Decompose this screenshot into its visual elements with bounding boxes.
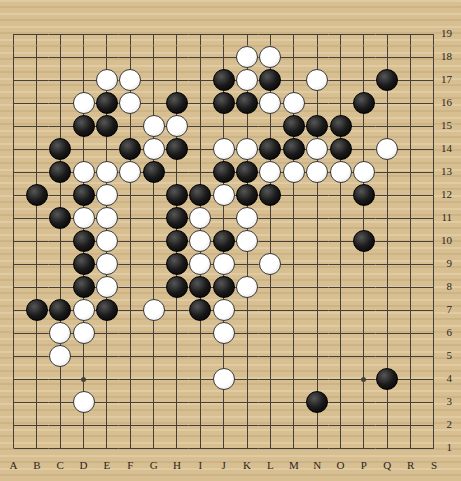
intersection-O4[interactable] [329, 368, 352, 391]
intersection-O1[interactable] [329, 437, 352, 460]
intersection-L18[interactable] [259, 46, 282, 69]
intersection-J12[interactable] [212, 184, 235, 207]
intersection-P12[interactable] [352, 184, 375, 207]
intersection-R19[interactable] [399, 23, 422, 46]
intersection-G11[interactable] [142, 207, 165, 230]
intersection-O18[interactable] [329, 46, 352, 69]
intersection-C18[interactable] [49, 46, 72, 69]
intersection-A18[interactable] [2, 46, 25, 69]
intersection-O6[interactable] [329, 322, 352, 345]
intersection-N14[interactable] [305, 138, 328, 161]
intersection-J10[interactable] [212, 230, 235, 253]
intersection-G6[interactable] [142, 322, 165, 345]
intersection-E12[interactable] [95, 184, 118, 207]
intersection-G13[interactable] [142, 161, 165, 184]
intersection-E11[interactable] [95, 207, 118, 230]
intersection-H2[interactable] [165, 414, 188, 437]
intersection-D4[interactable] [72, 368, 95, 391]
intersection-E8[interactable] [95, 276, 118, 299]
intersection-H10[interactable] [165, 230, 188, 253]
intersection-R18[interactable] [399, 46, 422, 69]
intersection-Q5[interactable] [376, 345, 399, 368]
intersection-I19[interactable] [189, 23, 212, 46]
intersection-N9[interactable] [305, 253, 328, 276]
intersection-O9[interactable] [329, 253, 352, 276]
intersection-P2[interactable] [352, 414, 375, 437]
intersection-Q13[interactable] [376, 161, 399, 184]
intersection-P13[interactable] [352, 161, 375, 184]
intersection-I18[interactable] [189, 46, 212, 69]
intersection-L17[interactable] [259, 69, 282, 92]
intersection-O16[interactable] [329, 92, 352, 115]
intersection-A10[interactable] [2, 230, 25, 253]
intersection-I12[interactable] [189, 184, 212, 207]
intersection-E9[interactable] [95, 253, 118, 276]
intersection-M19[interactable] [282, 23, 305, 46]
intersection-A16[interactable] [2, 92, 25, 115]
intersection-P6[interactable] [352, 322, 375, 345]
intersection-K11[interactable] [235, 207, 258, 230]
intersection-M10[interactable] [282, 230, 305, 253]
intersection-A17[interactable] [2, 69, 25, 92]
intersection-P19[interactable] [352, 23, 375, 46]
intersection-H9[interactable] [165, 253, 188, 276]
intersection-D6[interactable] [72, 322, 95, 345]
intersection-Q10[interactable] [376, 230, 399, 253]
intersection-I16[interactable] [189, 92, 212, 115]
intersection-O10[interactable] [329, 230, 352, 253]
intersection-M12[interactable] [282, 184, 305, 207]
intersection-I1[interactable] [189, 437, 212, 460]
intersection-K10[interactable] [235, 230, 258, 253]
intersection-B18[interactable] [25, 46, 48, 69]
intersection-A1[interactable] [2, 437, 25, 460]
intersection-Q15[interactable] [376, 115, 399, 138]
intersection-B19[interactable] [25, 23, 48, 46]
intersection-A5[interactable] [2, 345, 25, 368]
intersection-E6[interactable] [95, 322, 118, 345]
intersection-E14[interactable] [95, 138, 118, 161]
intersection-J13[interactable] [212, 161, 235, 184]
intersection-H14[interactable] [165, 138, 188, 161]
intersection-B14[interactable] [25, 138, 48, 161]
intersection-K18[interactable] [235, 46, 258, 69]
intersection-K15[interactable] [235, 115, 258, 138]
intersection-F6[interactable] [119, 322, 142, 345]
intersection-G16[interactable] [142, 92, 165, 115]
intersection-E7[interactable] [95, 299, 118, 322]
intersection-D15[interactable] [72, 115, 95, 138]
intersection-R8[interactable] [399, 276, 422, 299]
intersection-C2[interactable] [49, 414, 72, 437]
intersection-L1[interactable] [259, 437, 282, 460]
intersection-B4[interactable] [25, 368, 48, 391]
intersection-N11[interactable] [305, 207, 328, 230]
intersection-Q12[interactable] [376, 184, 399, 207]
intersection-G3[interactable] [142, 391, 165, 414]
intersection-H6[interactable] [165, 322, 188, 345]
intersection-B8[interactable] [25, 276, 48, 299]
intersection-G18[interactable] [142, 46, 165, 69]
intersection-A14[interactable] [2, 138, 25, 161]
intersection-R7[interactable] [399, 299, 422, 322]
intersection-Q6[interactable] [376, 322, 399, 345]
intersection-J19[interactable] [212, 23, 235, 46]
intersection-O8[interactable] [329, 276, 352, 299]
intersection-C16[interactable] [49, 92, 72, 115]
intersection-I5[interactable] [189, 345, 212, 368]
intersection-H4[interactable] [165, 368, 188, 391]
intersection-L12[interactable] [259, 184, 282, 207]
intersection-N17[interactable] [305, 69, 328, 92]
intersection-C14[interactable] [49, 138, 72, 161]
intersection-N1[interactable] [305, 437, 328, 460]
intersection-H1[interactable] [165, 437, 188, 460]
intersection-D18[interactable] [72, 46, 95, 69]
intersection-F4[interactable] [119, 368, 142, 391]
intersection-G9[interactable] [142, 253, 165, 276]
intersection-H11[interactable] [165, 207, 188, 230]
intersection-P9[interactable] [352, 253, 375, 276]
intersection-I4[interactable] [189, 368, 212, 391]
intersection-I11[interactable] [189, 207, 212, 230]
intersection-P7[interactable] [352, 299, 375, 322]
intersection-J6[interactable] [212, 322, 235, 345]
intersection-F19[interactable] [119, 23, 142, 46]
intersection-P8[interactable] [352, 276, 375, 299]
intersection-C5[interactable] [49, 345, 72, 368]
intersection-D2[interactable] [72, 414, 95, 437]
intersection-I7[interactable] [189, 299, 212, 322]
intersection-E18[interactable] [95, 46, 118, 69]
intersection-I2[interactable] [189, 414, 212, 437]
intersection-B3[interactable] [25, 391, 48, 414]
intersection-E4[interactable] [95, 368, 118, 391]
intersection-F7[interactable] [119, 299, 142, 322]
intersection-R6[interactable] [399, 322, 422, 345]
intersection-B7[interactable] [25, 299, 48, 322]
intersection-Q11[interactable] [376, 207, 399, 230]
intersection-P1[interactable] [352, 437, 375, 460]
intersection-J4[interactable] [212, 368, 235, 391]
intersection-C1[interactable] [49, 437, 72, 460]
intersection-A4[interactable] [2, 368, 25, 391]
intersection-Q2[interactable] [376, 414, 399, 437]
intersection-K8[interactable] [235, 276, 258, 299]
intersection-M5[interactable] [282, 345, 305, 368]
intersection-I14[interactable] [189, 138, 212, 161]
intersection-P4[interactable] [352, 368, 375, 391]
intersection-G12[interactable] [142, 184, 165, 207]
intersection-A11[interactable] [2, 207, 25, 230]
intersection-D19[interactable] [72, 23, 95, 46]
intersection-K12[interactable] [235, 184, 258, 207]
intersection-O19[interactable] [329, 23, 352, 46]
intersection-E17[interactable] [95, 69, 118, 92]
intersection-J18[interactable] [212, 46, 235, 69]
intersection-Q3[interactable] [376, 391, 399, 414]
intersection-M1[interactable] [282, 437, 305, 460]
intersection-G1[interactable] [142, 437, 165, 460]
intersection-D12[interactable] [72, 184, 95, 207]
intersection-C15[interactable] [49, 115, 72, 138]
intersection-L13[interactable] [259, 161, 282, 184]
intersection-C10[interactable] [49, 230, 72, 253]
intersection-I15[interactable] [189, 115, 212, 138]
intersection-K1[interactable] [235, 437, 258, 460]
intersection-O7[interactable] [329, 299, 352, 322]
intersection-I13[interactable] [189, 161, 212, 184]
intersection-B15[interactable] [25, 115, 48, 138]
intersection-L11[interactable] [259, 207, 282, 230]
intersection-P3[interactable] [352, 391, 375, 414]
intersection-M9[interactable] [282, 253, 305, 276]
intersection-M11[interactable] [282, 207, 305, 230]
intersection-C13[interactable] [49, 161, 72, 184]
intersection-B1[interactable] [25, 437, 48, 460]
intersection-C7[interactable] [49, 299, 72, 322]
intersection-G15[interactable] [142, 115, 165, 138]
intersection-M16[interactable] [282, 92, 305, 115]
intersection-K13[interactable] [235, 161, 258, 184]
intersection-M13[interactable] [282, 161, 305, 184]
intersection-B6[interactable] [25, 322, 48, 345]
intersection-N8[interactable] [305, 276, 328, 299]
intersection-N10[interactable] [305, 230, 328, 253]
intersection-G8[interactable] [142, 276, 165, 299]
intersection-R4[interactable] [399, 368, 422, 391]
intersection-L19[interactable] [259, 23, 282, 46]
intersection-L14[interactable] [259, 138, 282, 161]
intersection-J1[interactable] [212, 437, 235, 460]
intersection-L8[interactable] [259, 276, 282, 299]
intersection-D11[interactable] [72, 207, 95, 230]
intersection-N6[interactable] [305, 322, 328, 345]
intersection-N2[interactable] [305, 414, 328, 437]
intersection-B2[interactable] [25, 414, 48, 437]
intersection-D14[interactable] [72, 138, 95, 161]
intersection-K19[interactable] [235, 23, 258, 46]
intersection-J9[interactable] [212, 253, 235, 276]
intersection-A8[interactable] [2, 276, 25, 299]
intersection-N5[interactable] [305, 345, 328, 368]
intersection-Q16[interactable] [376, 92, 399, 115]
intersection-D13[interactable] [72, 161, 95, 184]
intersection-F5[interactable] [119, 345, 142, 368]
intersection-E15[interactable] [95, 115, 118, 138]
intersection-P10[interactable] [352, 230, 375, 253]
intersection-G14[interactable] [142, 138, 165, 161]
intersection-F2[interactable] [119, 414, 142, 437]
intersection-J16[interactable] [212, 92, 235, 115]
intersection-H13[interactable] [165, 161, 188, 184]
intersection-R15[interactable] [399, 115, 422, 138]
intersection-J17[interactable] [212, 69, 235, 92]
intersection-B13[interactable] [25, 161, 48, 184]
intersection-Q17[interactable] [376, 69, 399, 92]
intersection-M6[interactable] [282, 322, 305, 345]
intersection-R1[interactable] [399, 437, 422, 460]
intersection-K7[interactable] [235, 299, 258, 322]
intersection-G19[interactable] [142, 23, 165, 46]
intersection-D1[interactable] [72, 437, 95, 460]
intersection-J2[interactable] [212, 414, 235, 437]
intersection-N13[interactable] [305, 161, 328, 184]
intersection-D7[interactable] [72, 299, 95, 322]
intersection-L4[interactable] [259, 368, 282, 391]
intersection-L7[interactable] [259, 299, 282, 322]
intersection-I6[interactable] [189, 322, 212, 345]
intersection-B10[interactable] [25, 230, 48, 253]
intersection-A15[interactable] [2, 115, 25, 138]
intersection-E5[interactable] [95, 345, 118, 368]
intersection-J8[interactable] [212, 276, 235, 299]
intersection-R2[interactable] [399, 414, 422, 437]
intersection-E16[interactable] [95, 92, 118, 115]
intersection-H8[interactable] [165, 276, 188, 299]
intersection-F14[interactable] [119, 138, 142, 161]
intersection-C6[interactable] [49, 322, 72, 345]
intersection-R11[interactable] [399, 207, 422, 230]
intersection-R13[interactable] [399, 161, 422, 184]
intersection-J11[interactable] [212, 207, 235, 230]
intersection-N16[interactable] [305, 92, 328, 115]
intersection-Q9[interactable] [376, 253, 399, 276]
intersection-N19[interactable] [305, 23, 328, 46]
intersection-F8[interactable] [119, 276, 142, 299]
intersection-D8[interactable] [72, 276, 95, 299]
intersection-E2[interactable] [95, 414, 118, 437]
intersection-G2[interactable] [142, 414, 165, 437]
intersection-R10[interactable] [399, 230, 422, 253]
intersection-H18[interactable] [165, 46, 188, 69]
intersection-Q18[interactable] [376, 46, 399, 69]
intersection-C8[interactable] [49, 276, 72, 299]
intersection-C9[interactable] [49, 253, 72, 276]
intersection-D17[interactable] [72, 69, 95, 92]
intersection-K6[interactable] [235, 322, 258, 345]
intersection-D9[interactable] [72, 253, 95, 276]
intersection-L16[interactable] [259, 92, 282, 115]
intersection-K4[interactable] [235, 368, 258, 391]
intersection-Q8[interactable] [376, 276, 399, 299]
intersection-R12[interactable] [399, 184, 422, 207]
intersection-C17[interactable] [49, 69, 72, 92]
intersection-O5[interactable] [329, 345, 352, 368]
intersection-J7[interactable] [212, 299, 235, 322]
intersection-F15[interactable] [119, 115, 142, 138]
intersection-M14[interactable] [282, 138, 305, 161]
intersection-A12[interactable] [2, 184, 25, 207]
intersection-B16[interactable] [25, 92, 48, 115]
intersection-H5[interactable] [165, 345, 188, 368]
intersection-D3[interactable] [72, 391, 95, 414]
intersection-F13[interactable] [119, 161, 142, 184]
intersection-N4[interactable] [305, 368, 328, 391]
intersection-M15[interactable] [282, 115, 305, 138]
intersection-E1[interactable] [95, 437, 118, 460]
intersection-J15[interactable] [212, 115, 235, 138]
intersection-L15[interactable] [259, 115, 282, 138]
intersection-K17[interactable] [235, 69, 258, 92]
intersection-A13[interactable] [2, 161, 25, 184]
intersection-M4[interactable] [282, 368, 305, 391]
intersection-H3[interactable] [165, 391, 188, 414]
intersection-L5[interactable] [259, 345, 282, 368]
intersection-L3[interactable] [259, 391, 282, 414]
intersection-F17[interactable] [119, 69, 142, 92]
intersection-I10[interactable] [189, 230, 212, 253]
intersection-R3[interactable] [399, 391, 422, 414]
intersection-F18[interactable] [119, 46, 142, 69]
intersection-L9[interactable] [259, 253, 282, 276]
intersection-O11[interactable] [329, 207, 352, 230]
intersection-R9[interactable] [399, 253, 422, 276]
intersection-I3[interactable] [189, 391, 212, 414]
intersection-P11[interactable] [352, 207, 375, 230]
intersection-R17[interactable] [399, 69, 422, 92]
intersection-C11[interactable] [49, 207, 72, 230]
intersection-M7[interactable] [282, 299, 305, 322]
intersection-P14[interactable] [352, 138, 375, 161]
intersection-H16[interactable] [165, 92, 188, 115]
intersection-L6[interactable] [259, 322, 282, 345]
intersection-M8[interactable] [282, 276, 305, 299]
intersection-B5[interactable] [25, 345, 48, 368]
intersection-L10[interactable] [259, 230, 282, 253]
intersection-P5[interactable] [352, 345, 375, 368]
intersection-J14[interactable] [212, 138, 235, 161]
intersection-N15[interactable] [305, 115, 328, 138]
intersection-E19[interactable] [95, 23, 118, 46]
intersection-F1[interactable] [119, 437, 142, 460]
intersection-N3[interactable] [305, 391, 328, 414]
intersection-K5[interactable] [235, 345, 258, 368]
intersection-D10[interactable] [72, 230, 95, 253]
intersection-Q4[interactable] [376, 368, 399, 391]
intersection-O12[interactable] [329, 184, 352, 207]
intersection-Q7[interactable] [376, 299, 399, 322]
intersection-G4[interactable] [142, 368, 165, 391]
intersection-K3[interactable] [235, 391, 258, 414]
intersection-H7[interactable] [165, 299, 188, 322]
intersection-F10[interactable] [119, 230, 142, 253]
intersection-Q14[interactable] [376, 138, 399, 161]
intersection-I8[interactable] [189, 276, 212, 299]
intersection-H17[interactable] [165, 69, 188, 92]
intersection-G7[interactable] [142, 299, 165, 322]
intersection-K9[interactable] [235, 253, 258, 276]
intersection-D5[interactable] [72, 345, 95, 368]
intersection-P16[interactable] [352, 92, 375, 115]
intersection-A2[interactable] [2, 414, 25, 437]
intersection-C19[interactable] [49, 23, 72, 46]
intersection-H12[interactable] [165, 184, 188, 207]
intersection-F9[interactable] [119, 253, 142, 276]
intersection-O14[interactable] [329, 138, 352, 161]
intersection-G17[interactable] [142, 69, 165, 92]
intersection-R16[interactable] [399, 92, 422, 115]
intersection-J5[interactable] [212, 345, 235, 368]
intersection-C12[interactable] [49, 184, 72, 207]
intersection-Q19[interactable] [376, 23, 399, 46]
intersection-Q1[interactable] [376, 437, 399, 460]
intersection-B9[interactable] [25, 253, 48, 276]
intersection-B17[interactable] [25, 69, 48, 92]
intersection-M2[interactable] [282, 414, 305, 437]
intersection-J3[interactable] [212, 391, 235, 414]
intersection-E3[interactable] [95, 391, 118, 414]
